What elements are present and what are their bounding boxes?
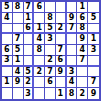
cell-r9c5[interactable] <box>45 88 56 99</box>
cell-r6c5[interactable]: 2 <box>45 56 56 67</box>
cell-r7c6[interactable]: 9 <box>56 67 67 78</box>
cell-r8c2[interactable]: 9 <box>13 77 24 88</box>
cell-r8c1[interactable]: 1 <box>2 77 13 88</box>
cell-r5c7[interactable] <box>67 45 78 56</box>
cell-r2c2[interactable] <box>13 13 24 24</box>
cell-r2c7[interactable]: 9 <box>67 13 78 24</box>
cell-r5c4[interactable]: 8 <box>34 45 45 56</box>
cell-r8c4[interactable] <box>34 77 45 88</box>
cell-r1c4[interactable]: 6 <box>34 2 45 13</box>
cell-r9c1[interactable] <box>2 88 13 99</box>
cell-r9c3[interactable]: 3 <box>24 88 35 99</box>
cell-r1c1[interactable]: 5 <box>2 2 13 13</box>
cell-r9c7[interactable]: 8 <box>67 88 78 99</box>
cell-r7c3[interactable]: 5 <box>24 67 35 78</box>
cell-r6c2[interactable]: 1 <box>13 56 24 67</box>
cell-r8c5[interactable]: 6 <box>45 77 56 88</box>
cell-r6c7[interactable] <box>67 56 78 67</box>
cell-r2c3[interactable]: 1 <box>24 13 35 24</box>
cell-r3c3[interactable]: 6 <box>24 24 35 35</box>
cell-r9c2[interactable] <box>13 88 24 99</box>
cell-r8c7[interactable]: 4 <box>67 77 78 88</box>
cell-r6c4[interactable] <box>34 56 45 67</box>
cell-r6c3[interactable] <box>24 56 35 67</box>
cell-r1c7[interactable] <box>67 2 78 13</box>
cell-r9c6[interactable]: 1 <box>56 88 67 99</box>
cell-r9c8[interactable]: 2 <box>77 88 88 99</box>
cell-r9c9[interactable]: 9 <box>88 88 99 99</box>
cell-r5c9[interactable]: 3 <box>88 45 99 56</box>
cell-r4c7[interactable] <box>67 34 78 45</box>
cell-r5c6[interactable]: 7 <box>56 45 67 56</box>
cell-r1c6[interactable] <box>56 2 67 13</box>
cell-r2c4[interactable] <box>34 13 45 24</box>
cell-r4c5[interactable]: 3 <box>45 34 56 45</box>
cell-r1c9[interactable] <box>88 2 99 13</box>
cell-r6c1[interactable]: 3 <box>2 56 13 67</box>
cell-r5c1[interactable]: 6 <box>2 45 13 56</box>
cell-r3c4[interactable]: 1 <box>34 24 45 35</box>
cell-r6c6[interactable]: 6 <box>56 56 67 67</box>
cell-r8c8[interactable] <box>77 77 88 88</box>
cell-r4c9[interactable]: 1 <box>88 34 99 45</box>
cell-r4c1[interactable] <box>2 34 13 45</box>
cell-r8c3[interactable]: 2 <box>24 77 35 88</box>
cell-r5c8[interactable]: 4 <box>77 45 88 56</box>
cell-r4c4[interactable]: 4 <box>34 34 45 45</box>
cell-r4c3[interactable] <box>24 34 35 45</box>
sudoku-board: 5876141896561527874391658743312674527931… <box>0 0 101 101</box>
cell-r4c8[interactable]: 9 <box>77 34 88 45</box>
cell-r4c6[interactable] <box>56 34 67 45</box>
cell-r3c7[interactable]: 7 <box>67 24 78 35</box>
cell-r3c6[interactable]: 2 <box>56 24 67 35</box>
cell-r5c3[interactable] <box>24 45 35 56</box>
cell-r7c7[interactable]: 3 <box>67 67 78 78</box>
cell-r2c8[interactable]: 6 <box>77 13 88 24</box>
cell-r1c2[interactable]: 8 <box>13 2 24 13</box>
cell-r3c9[interactable] <box>88 24 99 35</box>
cell-r1c3[interactable]: 7 <box>24 2 35 13</box>
cell-r7c5[interactable]: 7 <box>45 67 56 78</box>
cell-r2c9[interactable]: 5 <box>88 13 99 24</box>
cell-r4c2[interactable]: 7 <box>13 34 24 45</box>
cell-r7c4[interactable]: 2 <box>34 67 45 78</box>
cell-r6c9[interactable] <box>88 56 99 67</box>
cell-r9c4[interactable] <box>34 88 45 99</box>
cell-r3c1[interactable] <box>2 24 13 35</box>
cell-r7c8[interactable] <box>77 67 88 78</box>
cell-r5c2[interactable]: 5 <box>13 45 24 56</box>
cell-r7c2[interactable]: 4 <box>13 67 24 78</box>
cell-r8c9[interactable]: 7 <box>88 77 99 88</box>
cell-r7c9[interactable] <box>88 67 99 78</box>
cell-r5c5[interactable] <box>45 45 56 56</box>
cell-r2c5[interactable]: 8 <box>45 13 56 24</box>
cell-r8c6[interactable] <box>56 77 67 88</box>
cell-r1c8[interactable]: 1 <box>77 2 88 13</box>
cell-r1c5[interactable] <box>45 2 56 13</box>
cell-r7c1[interactable] <box>2 67 13 78</box>
cell-r3c2[interactable] <box>13 24 24 35</box>
cell-r2c1[interactable]: 4 <box>2 13 13 24</box>
cell-r3c8[interactable]: 8 <box>77 24 88 35</box>
cell-r6c8[interactable]: 7 <box>77 56 88 67</box>
cell-r2c6[interactable] <box>56 13 67 24</box>
cell-r3c5[interactable]: 5 <box>45 24 56 35</box>
